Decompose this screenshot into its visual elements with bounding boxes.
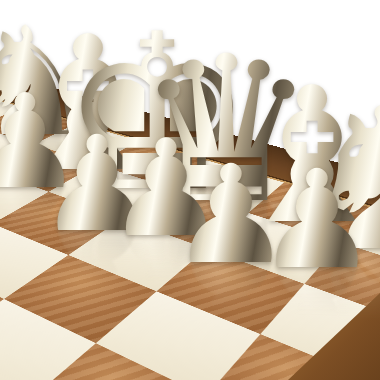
piece-white-pawn-c2: ♟ — [256, 152, 378, 288]
pieces-layer: ♞♞♝♝♚♚♛♛♝♝♞♞♟♟♟♟♟♟♟♟♟♟ — [0, 0, 380, 380]
chess-set-photo: ♞♞♝♝♚♚♛♛♝♝♞♞♟♟♟♟♟♟♟♟♟♟ — [0, 0, 380, 380]
